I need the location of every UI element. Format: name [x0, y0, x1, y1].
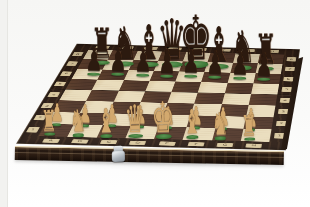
front-edge-pinstripe: [15, 152, 284, 158]
coordinate-rank-8-left: 8: [72, 52, 84, 56]
coordinate-rank-8-right: 8: [286, 57, 296, 61]
coordinate-rank-6-left: 6: [60, 71, 72, 76]
coordinate-rank-2-left: 2: [33, 115, 47, 121]
coordinate-rank-3-right: 3: [278, 109, 289, 114]
coordinate-rank-3-left: 3: [40, 103, 53, 108]
clasp-body-icon: [112, 151, 125, 162]
coordinate-file-c-near: C: [100, 140, 118, 144]
board-perspective: AABBCCDDEEFFGGHH8877665544332211: [16, 44, 300, 151]
coordinate-file-h-near: H: [246, 143, 263, 147]
coordinate-file-c-far: C: [144, 47, 159, 50]
board-surface: AABBCCDDEEFFGGHH8877665544332211: [16, 44, 300, 151]
coordinate-file-b-near: B: [71, 139, 89, 143]
coordinate-file-a-far: A: [95, 46, 110, 49]
coordinate-file-f-far: F: [217, 48, 231, 51]
coordinate-file-e-far: E: [192, 48, 206, 51]
coordinate-file-g-near: G: [217, 143, 234, 147]
coordinate-file-a-near: A: [42, 138, 60, 142]
coordinate-rank-7-right: 7: [285, 67, 295, 72]
chess-board: AABBCCDDEEFFGGHH8877665544332211: [16, 0, 310, 150]
coordinate-file-f-near: F: [187, 142, 204, 146]
coordinate-rank-1-left: 1: [26, 127, 40, 133]
product-photo-scene: AABBCCDDEEFFGGHH8877665544332211 ♜♞♝♛♚♝♞…: [0, 0, 310, 207]
coordinate-rank-4-left: 4: [47, 92, 60, 97]
coordinate-rank-7-left: 7: [66, 61, 78, 66]
clasp-latch: [111, 146, 126, 163]
coordinate-file-b-far: B: [119, 46, 134, 49]
background-edge: [0, 0, 8, 207]
coordinate-rank-5-right: 5: [281, 87, 292, 92]
coordinate-rank-4-right: 4: [280, 98, 291, 103]
coordinate-file-e-near: E: [158, 141, 175, 145]
coordinate-file-d-far: D: [168, 47, 182, 50]
coordinate-inlays: AABBCCDDEEFFGGHH8877665544332211: [16, 44, 300, 151]
coordinate-file-d-near: D: [129, 140, 146, 144]
coordinate-file-g-far: G: [241, 49, 255, 52]
coordinate-rank-5-left: 5: [54, 81, 67, 86]
coordinate-rank-6-right: 6: [283, 77, 293, 82]
coordinate-file-h-far: H: [266, 50, 280, 53]
